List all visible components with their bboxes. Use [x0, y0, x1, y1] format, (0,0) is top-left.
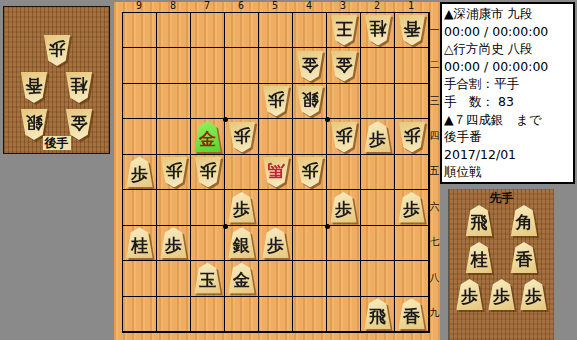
square-6-7[interactable]: 銀 [225, 226, 259, 261]
square-2-9[interactable]: 飛 [361, 297, 395, 332]
square-6-5[interactable] [225, 155, 259, 190]
piece-fu-pawn: 歩 [364, 121, 392, 152]
rank-label: 三 [429, 83, 440, 118]
piece-kyo-lance[interactable]: 香 [510, 242, 538, 273]
piece-gyoku-king: 玉 [194, 263, 222, 294]
board-grid: 王桂香金金歩銀金歩歩歩歩歩歩歩馬歩歩歩歩桂歩銀歩玉金飛香 [122, 12, 430, 333]
info-line: 2017/12/01 [444, 146, 571, 164]
square-7-9[interactable] [191, 297, 225, 332]
info-line: 00:00 / 00:00:00 [444, 23, 571, 41]
sente-hand-pieces: 飛角桂香歩歩歩 [449, 205, 554, 316]
rank-label: 二 [429, 47, 440, 82]
file-label: 5 [258, 0, 292, 11]
square-1-9[interactable]: 香 [395, 297, 429, 332]
shogi-board: 987654321 一二三四五六七八九 王桂香金金歩銀金歩歩歩歩歩歩歩馬歩歩歩歩… [114, 2, 440, 340]
square-1-3[interactable] [395, 84, 429, 119]
info-line: ▲７四成銀 まで [444, 111, 571, 129]
piece-fu-pawn: 歩 [296, 156, 324, 187]
square-7-3[interactable] [191, 84, 225, 119]
gote-hand-row: 歩 [4, 35, 109, 72]
hoshi-dot [223, 117, 228, 122]
square-4-1[interactable] [293, 13, 327, 48]
square-5-9[interactable] [259, 297, 293, 332]
piece-kin-gold: 金 [330, 50, 358, 81]
piece-kei-knight[interactable]: 桂 [65, 72, 93, 103]
piece-fu-pawn: 歩 [330, 121, 358, 152]
piece-gin-silver: 銀 [228, 227, 256, 258]
square-1-2[interactable] [395, 48, 429, 83]
square-9-1[interactable] [123, 13, 157, 48]
piece-gin-silver: 銀 [296, 86, 324, 117]
square-4-8[interactable] [293, 261, 327, 296]
square-1-1[interactable]: 香 [395, 13, 429, 48]
piece-kyo-lance: 香 [398, 15, 426, 46]
square-3-9[interactable] [327, 297, 361, 332]
square-9-9[interactable] [123, 297, 157, 332]
piece-fu-pawn[interactable]: 歩 [456, 279, 484, 310]
square-8-8[interactable] [157, 261, 191, 296]
gote-tray-label: 後手 [4, 135, 109, 152]
rank-label: 九 [429, 296, 440, 331]
file-label: 1 [394, 0, 428, 11]
file-label: 4 [292, 0, 326, 11]
square-6-9[interactable] [225, 297, 259, 332]
square-3-8[interactable] [327, 261, 361, 296]
piece-fu-pawn: 歩 [126, 156, 154, 187]
piece-kin-gold: 金 [194, 121, 222, 152]
square-7-8[interactable]: 玉 [191, 261, 225, 296]
square-2-1[interactable]: 桂 [361, 13, 395, 48]
square-1-6[interactable]: 歩 [395, 190, 429, 225]
square-4-4[interactable] [293, 119, 327, 154]
square-4-7[interactable] [293, 226, 327, 261]
square-2-7[interactable] [361, 226, 395, 261]
square-3-5[interactable] [327, 155, 361, 190]
piece-kei-knight: 桂 [364, 15, 392, 46]
info-line: 手合割：平手 [444, 75, 571, 93]
rank-label: 六 [429, 189, 440, 224]
hoshi-dot [325, 117, 330, 122]
square-4-2[interactable]: 金 [293, 48, 327, 83]
piece-fu-pawn: 歩 [398, 121, 426, 152]
square-2-3[interactable] [361, 84, 395, 119]
square-2-8[interactable] [361, 261, 395, 296]
square-8-6[interactable] [157, 190, 191, 225]
info-line: △行方尚史 八段 [444, 40, 571, 58]
info-line: 後手番 [444, 128, 571, 146]
piece-kyo-lance: 香 [398, 298, 426, 329]
square-5-8[interactable] [259, 261, 293, 296]
gote-hand-row: 香桂 [4, 72, 109, 109]
piece-fu-pawn: 歩 [228, 121, 256, 152]
shogi-app-window: { "game": "shogi", "position": { "sfen":… [0, 0, 577, 340]
square-5-7[interactable]: 歩 [259, 226, 293, 261]
square-7-5[interactable]: 歩 [191, 155, 225, 190]
file-label: 7 [190, 0, 224, 11]
square-2-2[interactable] [361, 48, 395, 83]
square-9-8[interactable] [123, 261, 157, 296]
square-2-5[interactable] [361, 155, 395, 190]
file-label: 3 [326, 0, 360, 11]
piece-fu-pawn: 歩 [160, 156, 188, 187]
square-6-2[interactable] [225, 48, 259, 83]
piece-hisha-rook[interactable]: 飛 [465, 205, 493, 236]
square-8-3[interactable] [157, 84, 191, 119]
square-4-9[interactable] [293, 297, 327, 332]
square-9-3[interactable] [123, 84, 157, 119]
file-label: 2 [360, 0, 394, 11]
game-info-panel: ▲深浦康市 九段00:00 / 00:00:00△行方尚史 八段00:00 / … [440, 2, 575, 184]
square-2-6[interactable] [361, 190, 395, 225]
sente-hand-row: 桂香 [449, 242, 554, 279]
piece-fu-pawn: 歩 [160, 227, 188, 258]
piece-fu-pawn: 歩 [262, 227, 290, 258]
square-2-4[interactable]: 歩 [361, 119, 395, 154]
square-5-3[interactable]: 歩 [259, 84, 293, 119]
square-6-1[interactable] [225, 13, 259, 48]
square-3-3[interactable] [327, 84, 361, 119]
sente-captured-tray: 先手 飛角桂香歩歩歩 [448, 189, 554, 340]
piece-kin-gold: 金 [228, 263, 256, 294]
piece-fu-pawn[interactable]: 歩 [43, 35, 71, 66]
piece-hisha-rook: 飛 [364, 298, 392, 329]
piece-fu-pawn: 歩 [398, 192, 426, 223]
square-7-4[interactable]: 金 [191, 119, 225, 154]
piece-kin-gold: 金 [296, 50, 324, 81]
piece-fu-pawn: 歩 [330, 192, 358, 223]
square-5-2[interactable] [259, 48, 293, 83]
square-4-6[interactable] [293, 190, 327, 225]
rank-label: 四 [429, 118, 440, 153]
sente-hand-row: 飛角 [449, 205, 554, 242]
gote-captured-tray: 歩香桂銀金 後手 [3, 6, 110, 154]
square-7-6[interactable] [191, 190, 225, 225]
piece-kaku-bishop[interactable]: 角 [510, 205, 538, 236]
piece-fu-pawn[interactable]: 歩 [488, 279, 516, 310]
piece-uma-promoted-bishop: 馬 [262, 156, 290, 187]
square-3-4[interactable]: 歩 [327, 119, 361, 154]
file-label: 9 [122, 0, 156, 11]
square-4-5[interactable]: 歩 [293, 155, 327, 190]
square-1-5[interactable] [395, 155, 429, 190]
piece-kei-knight[interactable]: 桂 [465, 242, 493, 273]
square-6-3[interactable] [225, 84, 259, 119]
piece-fu-pawn[interactable]: 歩 [520, 279, 548, 310]
piece-kyo-lance[interactable]: 香 [20, 72, 48, 103]
square-6-6[interactable]: 歩 [225, 190, 259, 225]
square-9-4[interactable] [123, 119, 157, 154]
square-1-7[interactable] [395, 226, 429, 261]
sente-hand-row: 歩歩歩 [449, 279, 554, 316]
square-8-9[interactable] [157, 297, 191, 332]
square-5-1[interactable] [259, 13, 293, 48]
square-4-3[interactable]: 銀 [293, 84, 327, 119]
square-8-4[interactable] [157, 119, 191, 154]
hoshi-dot [325, 224, 330, 229]
square-8-7[interactable]: 歩 [157, 226, 191, 261]
piece-kei-knight: 桂 [126, 227, 154, 258]
square-8-5[interactable]: 歩 [157, 155, 191, 190]
square-5-6[interactable] [259, 190, 293, 225]
info-line: 順位戦 [444, 163, 571, 181]
file-label: 8 [156, 0, 190, 11]
square-8-2[interactable] [157, 48, 191, 83]
square-3-7[interactable] [327, 226, 361, 261]
square-1-8[interactable] [395, 261, 429, 296]
square-9-2[interactable] [123, 48, 157, 83]
info-line: ▲深浦康市 九段 [444, 5, 571, 23]
square-1-4[interactable]: 歩 [395, 119, 429, 154]
info-line: 00:00 / 00:00:00 [444, 58, 571, 76]
info-line: 手 数： 83 [444, 93, 571, 111]
square-5-4[interactable] [259, 119, 293, 154]
rank-labels: 一二三四五六七八九 [429, 12, 440, 331]
square-5-5[interactable]: 馬 [259, 155, 293, 190]
square-8-1[interactable] [157, 13, 191, 48]
rank-label: 一 [429, 12, 440, 47]
gote-hand-pieces: 歩香桂銀金 [4, 35, 109, 146]
square-7-1[interactable] [191, 13, 225, 48]
file-label: 6 [224, 0, 258, 11]
rank-label: 七 [429, 225, 440, 260]
square-7-7[interactable] [191, 226, 225, 261]
square-6-4[interactable]: 歩 [225, 119, 259, 154]
square-9-6[interactable] [123, 190, 157, 225]
square-9-5[interactable]: 歩 [123, 155, 157, 190]
piece-fu-pawn: 歩 [194, 156, 222, 187]
square-9-7[interactable]: 桂 [123, 226, 157, 261]
rank-label: 五 [429, 154, 440, 189]
file-labels: 987654321 [122, 0, 428, 11]
piece-fu-pawn: 歩 [228, 192, 256, 223]
piece-ou-king: 王 [330, 15, 358, 46]
square-3-6[interactable]: 歩 [327, 190, 361, 225]
rank-label: 八 [429, 260, 440, 295]
square-7-2[interactable] [191, 48, 225, 83]
hoshi-dot [223, 224, 228, 229]
square-3-2[interactable]: 金 [327, 48, 361, 83]
piece-fu-pawn: 歩 [262, 86, 290, 117]
square-6-8[interactable]: 金 [225, 261, 259, 296]
square-3-1[interactable]: 王 [327, 13, 361, 48]
